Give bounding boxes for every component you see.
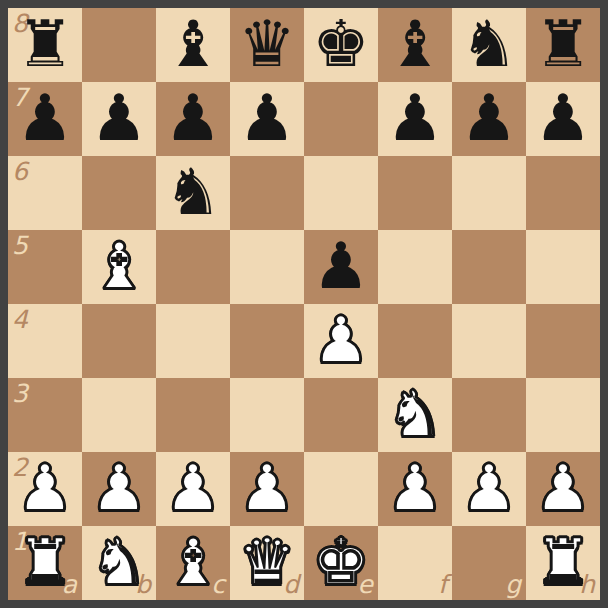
- square-a7[interactable]: 7♟: [8, 82, 82, 156]
- square-d1[interactable]: d♛: [230, 526, 304, 600]
- piece-white-pawn[interactable]: ♟: [8, 452, 82, 526]
- file-label-f: f: [438, 572, 447, 597]
- square-b1[interactable]: b♞: [82, 526, 156, 600]
- piece-black-knight[interactable]: ♞: [156, 156, 230, 230]
- square-h8[interactable]: ♜: [526, 8, 600, 82]
- piece-black-pawn[interactable]: ♟: [82, 82, 156, 156]
- square-e2[interactable]: [304, 452, 378, 526]
- square-d3[interactable]: [230, 378, 304, 452]
- square-f8[interactable]: ♝: [378, 8, 452, 82]
- square-h3[interactable]: [526, 378, 600, 452]
- square-f7[interactable]: ♟: [378, 82, 452, 156]
- square-d5[interactable]: [230, 230, 304, 304]
- square-c8[interactable]: ♝: [156, 8, 230, 82]
- square-a5[interactable]: 5: [8, 230, 82, 304]
- square-g4[interactable]: [452, 304, 526, 378]
- piece-black-rook[interactable]: ♜: [526, 8, 600, 82]
- square-g7[interactable]: ♟: [452, 82, 526, 156]
- square-c7[interactable]: ♟: [156, 82, 230, 156]
- square-d6[interactable]: [230, 156, 304, 230]
- square-f6[interactable]: [378, 156, 452, 230]
- piece-white-pawn[interactable]: ♟: [304, 304, 378, 378]
- piece-black-knight[interactable]: ♞: [452, 8, 526, 82]
- square-d2[interactable]: ♟: [230, 452, 304, 526]
- square-b6[interactable]: [82, 156, 156, 230]
- piece-black-pawn[interactable]: ♟: [452, 82, 526, 156]
- piece-black-king[interactable]: ♚: [304, 8, 378, 82]
- square-g5[interactable]: [452, 230, 526, 304]
- square-f1[interactable]: f: [378, 526, 452, 600]
- square-c1[interactable]: c♝: [156, 526, 230, 600]
- square-b7[interactable]: ♟: [82, 82, 156, 156]
- square-a8[interactable]: 8♜: [8, 8, 82, 82]
- rank-label-3: 3: [12, 381, 28, 406]
- square-a1[interactable]: 1a♜: [8, 526, 82, 600]
- square-g6[interactable]: [452, 156, 526, 230]
- piece-white-knight[interactable]: ♞: [82, 526, 156, 600]
- square-a3[interactable]: 3: [8, 378, 82, 452]
- square-c5[interactable]: [156, 230, 230, 304]
- square-e3[interactable]: [304, 378, 378, 452]
- square-c3[interactable]: [156, 378, 230, 452]
- board-frame: 8♜♝♛♚♝♞♜7♟♟♟♟♟♟♟6♞5♝♟4♟3♞2♟♟♟♟♟♟♟1a♜b♞c♝…: [0, 0, 608, 608]
- square-c6[interactable]: ♞: [156, 156, 230, 230]
- piece-white-bishop[interactable]: ♝: [82, 230, 156, 304]
- square-h2[interactable]: ♟: [526, 452, 600, 526]
- square-b4[interactable]: [82, 304, 156, 378]
- piece-white-pawn[interactable]: ♟: [378, 452, 452, 526]
- square-c4[interactable]: [156, 304, 230, 378]
- piece-white-pawn[interactable]: ♟: [156, 452, 230, 526]
- piece-white-rook[interactable]: ♜: [526, 526, 600, 600]
- piece-black-pawn[interactable]: ♟: [526, 82, 600, 156]
- piece-white-queen[interactable]: ♛: [230, 526, 304, 600]
- piece-black-rook[interactable]: ♜: [8, 8, 82, 82]
- piece-white-knight[interactable]: ♞: [378, 378, 452, 452]
- square-h4[interactable]: [526, 304, 600, 378]
- piece-white-king[interactable]: ♚: [304, 526, 378, 600]
- square-g8[interactable]: ♞: [452, 8, 526, 82]
- square-b2[interactable]: ♟: [82, 452, 156, 526]
- square-e4[interactable]: ♟: [304, 304, 378, 378]
- piece-black-queen[interactable]: ♛: [230, 8, 304, 82]
- rank-label-6: 6: [12, 159, 28, 184]
- square-e7[interactable]: [304, 82, 378, 156]
- square-e8[interactable]: ♚: [304, 8, 378, 82]
- square-d4[interactable]: [230, 304, 304, 378]
- piece-white-rook[interactable]: ♜: [8, 526, 82, 600]
- square-a2[interactable]: 2♟: [8, 452, 82, 526]
- piece-black-pawn[interactable]: ♟: [156, 82, 230, 156]
- piece-white-pawn[interactable]: ♟: [82, 452, 156, 526]
- piece-white-pawn[interactable]: ♟: [230, 452, 304, 526]
- square-a6[interactable]: 6: [8, 156, 82, 230]
- square-h5[interactable]: [526, 230, 600, 304]
- square-f5[interactable]: [378, 230, 452, 304]
- piece-black-pawn[interactable]: ♟: [378, 82, 452, 156]
- square-b3[interactable]: [82, 378, 156, 452]
- square-e1[interactable]: e♚: [304, 526, 378, 600]
- file-label-g: g: [505, 572, 521, 597]
- square-g2[interactable]: ♟: [452, 452, 526, 526]
- rank-label-5: 5: [12, 233, 28, 258]
- square-d7[interactable]: ♟: [230, 82, 304, 156]
- square-c2[interactable]: ♟: [156, 452, 230, 526]
- piece-black-bishop[interactable]: ♝: [378, 8, 452, 82]
- square-h7[interactable]: ♟: [526, 82, 600, 156]
- square-b5[interactable]: ♝: [82, 230, 156, 304]
- square-h1[interactable]: h♜: [526, 526, 600, 600]
- square-g1[interactable]: g: [452, 526, 526, 600]
- piece-black-bishop[interactable]: ♝: [156, 8, 230, 82]
- square-b8[interactable]: [82, 8, 156, 82]
- piece-white-pawn[interactable]: ♟: [526, 452, 600, 526]
- square-g3[interactable]: [452, 378, 526, 452]
- piece-black-pawn[interactable]: ♟: [230, 82, 304, 156]
- piece-white-pawn[interactable]: ♟: [452, 452, 526, 526]
- piece-black-pawn[interactable]: ♟: [8, 82, 82, 156]
- square-a4[interactable]: 4: [8, 304, 82, 378]
- piece-white-bishop[interactable]: ♝: [156, 526, 230, 600]
- square-f3[interactable]: ♞: [378, 378, 452, 452]
- square-f2[interactable]: ♟: [378, 452, 452, 526]
- square-e6[interactable]: [304, 156, 378, 230]
- chess-board: 8♜♝♛♚♝♞♜7♟♟♟♟♟♟♟6♞5♝♟4♟3♞2♟♟♟♟♟♟♟1a♜b♞c♝…: [8, 8, 600, 600]
- square-h6[interactable]: [526, 156, 600, 230]
- piece-black-pawn[interactable]: ♟: [304, 230, 378, 304]
- square-e5[interactable]: ♟: [304, 230, 378, 304]
- rank-label-4: 4: [12, 307, 28, 332]
- square-d8[interactable]: ♛: [230, 8, 304, 82]
- square-f4[interactable]: [378, 304, 452, 378]
